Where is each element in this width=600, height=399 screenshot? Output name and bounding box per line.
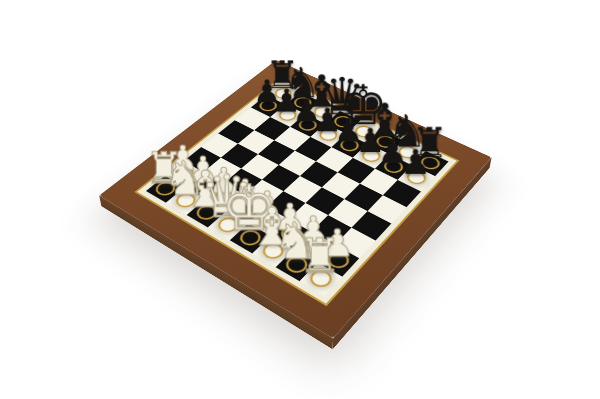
piece-white-rook[interactable]: ♜ [286,232,354,279]
square-a5[interactable] [218,120,254,143]
square-h7[interactable]: ♟ [398,165,435,191]
perspective-scene: ♜♞♝♛♚♝♞♜♟♟♟♟♟♟♟♟♟♟♟♟♟♟♟♟♜♞♝♛♚♝♞♜ [0,0,600,399]
chess-photo-stage: ♜♞♝♛♚♝♞♜♟♟♟♟♟♟♟♟♟♟♟♟♟♟♟♟♜♞♝♛♚♝♞♜ [0,0,600,399]
piece-black-pawn[interactable]: ♟ [385,144,445,178]
square-h1[interactable]: ♜ [300,263,343,296]
gold-trim: ♜♞♝♛♚♝♞♜♟♟♟♟♟♟♟♟♟♟♟♟♟♟♟♟♜♞♝♛♚♝♞♜ [134,77,459,306]
chess-board: ♜♞♝♛♚♝♞♜♟♟♟♟♟♟♟♟♟♟♟♟♟♟♟♟♜♞♝♛♚♝♞♜ [99,60,491,339]
square-e5[interactable] [300,161,338,187]
